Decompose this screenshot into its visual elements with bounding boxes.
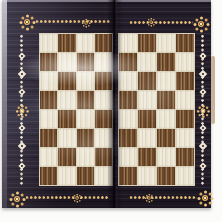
square-h6[interactable] [176,72,194,90]
square-f8[interactable] [138,34,156,52]
square-h4[interactable] [176,110,194,128]
board-edge-highlight [2,0,7,208]
rosette-icon [196,104,210,118]
diamond-icon [17,70,25,78]
square-h8[interactable] [176,34,194,52]
fold-line [107,0,123,208]
square-a6[interactable] [40,72,57,90]
square-b3[interactable] [58,129,75,147]
dot-chain [35,20,110,23]
square-c2[interactable] [77,148,94,166]
square-c8[interactable] [77,34,94,52]
dot-chain [129,21,193,24]
square-c7[interactable] [77,53,94,71]
square-b8[interactable] [58,34,75,52]
square-h1[interactable] [176,167,194,185]
square-a5[interactable] [40,91,57,109]
square-c6[interactable] [77,72,94,90]
rosette-icon [146,17,156,27]
square-g4[interactable] [157,110,175,128]
chessboard [2,0,211,208]
rosette-icon [18,13,36,31]
square-b1[interactable] [58,167,75,185]
square-c1[interactable] [77,167,94,185]
square-a8[interactable] [40,34,57,52]
square-c4[interactable] [77,110,94,128]
square-b5[interactable] [58,91,75,109]
square-g3[interactable] [157,129,175,147]
dot-chain [129,196,197,199]
square-f5[interactable] [138,91,156,109]
square-a1[interactable] [40,167,57,185]
square-g7[interactable] [157,53,175,71]
square-a3[interactable] [40,129,57,147]
board-side-edge [211,56,215,124]
board-left-half [39,33,113,186]
square-g6[interactable] [157,72,175,90]
square-b2[interactable] [58,148,75,166]
rosette-icon [192,15,210,33]
square-a7[interactable] [40,53,57,71]
square-g5[interactable] [157,91,175,109]
square-f6[interactable] [138,72,156,90]
rosette-icon [72,193,82,203]
photo-canvas [0,0,222,222]
rosette-icon [196,189,214,207]
diamond-icon [198,70,206,78]
diamond-icon [17,142,25,150]
square-c5[interactable] [77,91,94,109]
square-b6[interactable] [58,72,75,90]
square-f2[interactable] [138,148,156,166]
square-f3[interactable] [138,129,156,147]
square-b4[interactable] [58,110,75,128]
square-h3[interactable] [176,129,194,147]
square-b7[interactable] [58,53,75,71]
square-g8[interactable] [157,34,175,52]
square-h7[interactable] [176,53,194,71]
diamond-icon [198,142,206,150]
square-f1[interactable] [138,167,156,185]
board-right-half [118,33,195,186]
square-a2[interactable] [40,148,57,166]
square-g2[interactable] [157,148,175,166]
dot-chain [25,196,109,199]
square-c3[interactable] [77,129,94,147]
square-f7[interactable] [138,53,156,71]
square-a4[interactable] [40,110,57,128]
rosette-icon [15,104,29,118]
square-f4[interactable] [138,110,156,128]
square-h5[interactable] [176,91,194,109]
rosette-icon [144,193,154,203]
rosette-icon [81,18,91,28]
square-g1[interactable] [157,167,175,185]
square-h2[interactable] [176,148,194,166]
rosette-icon [8,190,26,208]
